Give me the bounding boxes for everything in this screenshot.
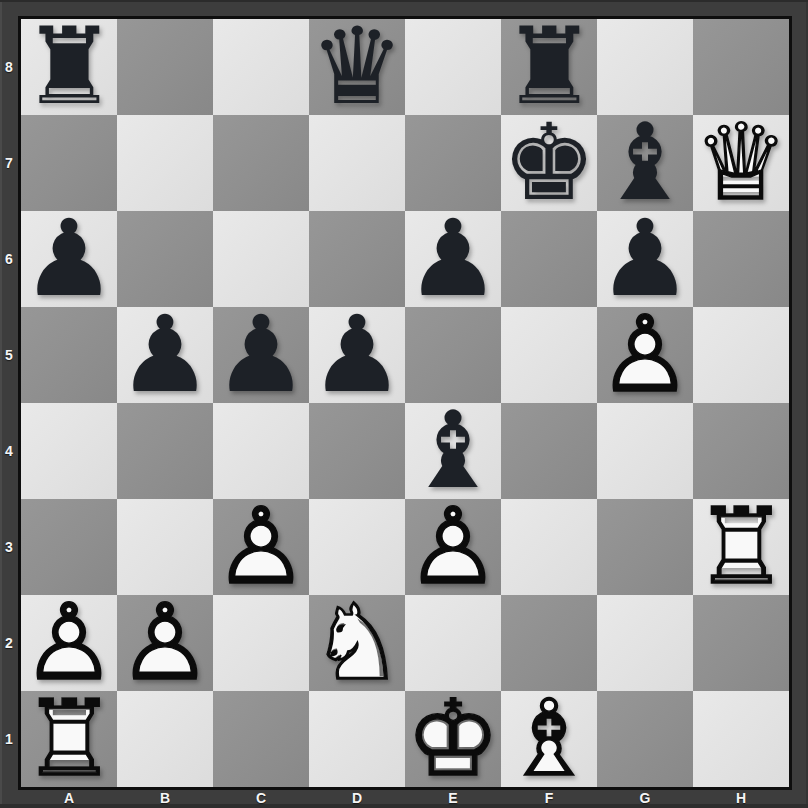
square-c8[interactable] — [213, 19, 309, 115]
black-bishop-icon: ♝ — [597, 115, 693, 211]
black-rook-icon: ♜ — [501, 19, 597, 115]
square-a8[interactable]: ♜ — [21, 19, 117, 115]
rank-label-3: 3 — [0, 499, 18, 595]
white-rook-outline-icon: ♖ — [21, 691, 117, 787]
square-c2[interactable] — [213, 595, 309, 691]
white-pawn-outline-icon: ♙ — [117, 595, 213, 691]
white-pawn-icon: ♟ — [597, 307, 693, 403]
file-label-f: F — [501, 789, 597, 808]
white-pawn-outline-icon: ♙ — [597, 307, 693, 403]
square-f8[interactable]: ♜ — [501, 19, 597, 115]
square-h1[interactable] — [693, 691, 789, 787]
piece-white-rook[interactable]: ♜♖ — [21, 691, 117, 787]
white-king-outline-icon: ♔ — [405, 691, 501, 787]
white-queen-outline-icon: ♕ — [693, 115, 789, 211]
square-b4[interactable] — [117, 403, 213, 499]
square-c6[interactable] — [213, 211, 309, 307]
square-b8[interactable] — [117, 19, 213, 115]
black-queen-icon: ♛ — [309, 19, 405, 115]
white-knight-outline-icon: ♘ — [309, 595, 405, 691]
square-a6[interactable]: ♟ — [21, 211, 117, 307]
square-h2[interactable] — [693, 595, 789, 691]
black-king-icon: ♚ — [501, 115, 597, 211]
square-d3[interactable] — [309, 499, 405, 595]
square-h7[interactable]: ♛♕ — [693, 115, 789, 211]
square-f6[interactable] — [501, 211, 597, 307]
square-e8[interactable] — [405, 19, 501, 115]
chess-board: ♜♛♜♚♝♛♕♟♟♟♟♟♟♟♙♝♟♙♟♙♜♖♟♙♟♙♞♘♜♖♚♔♝♗ — [18, 16, 792, 790]
square-g2[interactable] — [597, 595, 693, 691]
piece-black-bishop[interactable]: ♝ — [405, 403, 501, 499]
square-h5[interactable] — [693, 307, 789, 403]
rank-label-8: 8 — [0, 19, 18, 115]
square-a4[interactable] — [21, 403, 117, 499]
rank-label-7: 7 — [0, 115, 18, 211]
file-label-h: H — [693, 789, 789, 808]
rank-label-4: 4 — [0, 403, 18, 499]
white-bishop-icon: ♝ — [501, 691, 597, 787]
square-c4[interactable] — [213, 403, 309, 499]
square-d4[interactable] — [309, 403, 405, 499]
square-a3[interactable] — [21, 499, 117, 595]
white-rook-outline-icon: ♖ — [693, 499, 789, 595]
square-d6[interactable] — [309, 211, 405, 307]
square-g8[interactable] — [597, 19, 693, 115]
square-g3[interactable] — [597, 499, 693, 595]
square-f3[interactable] — [501, 499, 597, 595]
piece-black-pawn[interactable]: ♟ — [405, 211, 501, 307]
black-pawn-icon: ♟ — [597, 211, 693, 307]
square-c5[interactable]: ♟ — [213, 307, 309, 403]
square-a1[interactable]: ♜♖ — [21, 691, 117, 787]
black-pawn-icon: ♟ — [405, 211, 501, 307]
square-f1[interactable]: ♝♗ — [501, 691, 597, 787]
square-b2[interactable]: ♟♙ — [117, 595, 213, 691]
piece-black-pawn[interactable]: ♟ — [21, 211, 117, 307]
square-c3[interactable]: ♟♙ — [213, 499, 309, 595]
white-pawn-icon: ♟ — [117, 595, 213, 691]
black-rook-icon: ♜ — [21, 19, 117, 115]
square-d5[interactable]: ♟ — [309, 307, 405, 403]
piece-white-pawn[interactable]: ♟♙ — [405, 499, 501, 595]
square-h6[interactable] — [693, 211, 789, 307]
square-d2[interactable]: ♞♘ — [309, 595, 405, 691]
square-e2[interactable] — [405, 595, 501, 691]
square-a5[interactable] — [21, 307, 117, 403]
square-c7[interactable] — [213, 115, 309, 211]
piece-black-pawn[interactable]: ♟ — [597, 211, 693, 307]
square-b3[interactable] — [117, 499, 213, 595]
rank-label-5: 5 — [0, 307, 18, 403]
file-label-c: C — [213, 789, 309, 808]
piece-black-rook[interactable]: ♜ — [501, 19, 597, 115]
piece-white-pawn[interactable]: ♟♙ — [21, 595, 117, 691]
square-b7[interactable] — [117, 115, 213, 211]
piece-white-pawn[interactable]: ♟♙ — [117, 595, 213, 691]
white-rook-icon: ♜ — [21, 691, 117, 787]
square-h3[interactable]: ♜♖ — [693, 499, 789, 595]
square-a7[interactable] — [21, 115, 117, 211]
white-pawn-icon: ♟ — [213, 499, 309, 595]
white-pawn-outline-icon: ♙ — [213, 499, 309, 595]
piece-black-pawn[interactable]: ♟ — [213, 307, 309, 403]
square-g5[interactable]: ♟♙ — [597, 307, 693, 403]
square-e3[interactable]: ♟♙ — [405, 499, 501, 595]
piece-black-bishop[interactable]: ♝ — [597, 115, 693, 211]
file-label-g: G — [597, 789, 693, 808]
piece-black-queen[interactable]: ♛ — [309, 19, 405, 115]
piece-white-pawn[interactable]: ♟♙ — [213, 499, 309, 595]
piece-white-bishop[interactable]: ♝♗ — [501, 691, 597, 787]
black-bishop-icon: ♝ — [405, 403, 501, 499]
square-f7[interactable]: ♚ — [501, 115, 597, 211]
square-g7[interactable]: ♝ — [597, 115, 693, 211]
square-h4[interactable] — [693, 403, 789, 499]
file-label-a: A — [21, 789, 117, 808]
square-c1[interactable] — [213, 691, 309, 787]
black-pawn-icon: ♟ — [213, 307, 309, 403]
white-pawn-outline-icon: ♙ — [21, 595, 117, 691]
black-pawn-icon: ♟ — [309, 307, 405, 403]
piece-white-rook[interactable]: ♜♖ — [693, 499, 789, 595]
square-d8[interactable]: ♛ — [309, 19, 405, 115]
square-g1[interactable] — [597, 691, 693, 787]
square-e6[interactable]: ♟ — [405, 211, 501, 307]
file-label-d: D — [309, 789, 405, 808]
piece-black-pawn[interactable]: ♟ — [117, 307, 213, 403]
square-a2[interactable]: ♟♙ — [21, 595, 117, 691]
square-b5[interactable]: ♟ — [117, 307, 213, 403]
square-d7[interactable] — [309, 115, 405, 211]
square-e4[interactable]: ♝ — [405, 403, 501, 499]
black-pawn-icon: ♟ — [21, 211, 117, 307]
file-label-b: B — [117, 789, 213, 808]
rank-label-2: 2 — [0, 595, 18, 691]
square-e7[interactable] — [405, 115, 501, 211]
white-king-icon: ♚ — [405, 691, 501, 787]
black-pawn-icon: ♟ — [117, 307, 213, 403]
square-f5[interactable] — [501, 307, 597, 403]
white-rook-icon: ♜ — [693, 499, 789, 595]
square-e1[interactable]: ♚♔ — [405, 691, 501, 787]
piece-white-queen[interactable]: ♛♕ — [693, 115, 789, 211]
white-knight-icon: ♞ — [309, 595, 405, 691]
rank-label-1: 1 — [0, 691, 18, 787]
square-b1[interactable] — [117, 691, 213, 787]
file-label-e: E — [405, 789, 501, 808]
board-frame: ♜♛♜♚♝♛♕♟♟♟♟♟♟♟♙♝♟♙♟♙♜♖♟♙♟♙♞♘♜♖♚♔♝♗ 87654… — [0, 0, 808, 808]
white-queen-icon: ♛ — [693, 115, 789, 211]
piece-black-king[interactable]: ♚ — [501, 115, 597, 211]
square-g4[interactable] — [597, 403, 693, 499]
piece-black-pawn[interactable]: ♟ — [309, 307, 405, 403]
piece-white-king[interactable]: ♚♔ — [405, 691, 501, 787]
white-pawn-icon: ♟ — [405, 499, 501, 595]
square-f4[interactable] — [501, 403, 597, 499]
square-g6[interactable]: ♟ — [597, 211, 693, 307]
square-f2[interactable] — [501, 595, 597, 691]
square-h8[interactable] — [693, 19, 789, 115]
piece-white-knight[interactable]: ♞♘ — [309, 595, 405, 691]
piece-black-rook[interactable]: ♜ — [21, 19, 117, 115]
square-d1[interactable] — [309, 691, 405, 787]
white-pawn-icon: ♟ — [21, 595, 117, 691]
rank-label-6: 6 — [0, 211, 18, 307]
white-pawn-outline-icon: ♙ — [405, 499, 501, 595]
square-e5[interactable] — [405, 307, 501, 403]
white-bishop-outline-icon: ♗ — [501, 691, 597, 787]
piece-white-pawn[interactable]: ♟♙ — [597, 307, 693, 403]
square-b6[interactable] — [117, 211, 213, 307]
